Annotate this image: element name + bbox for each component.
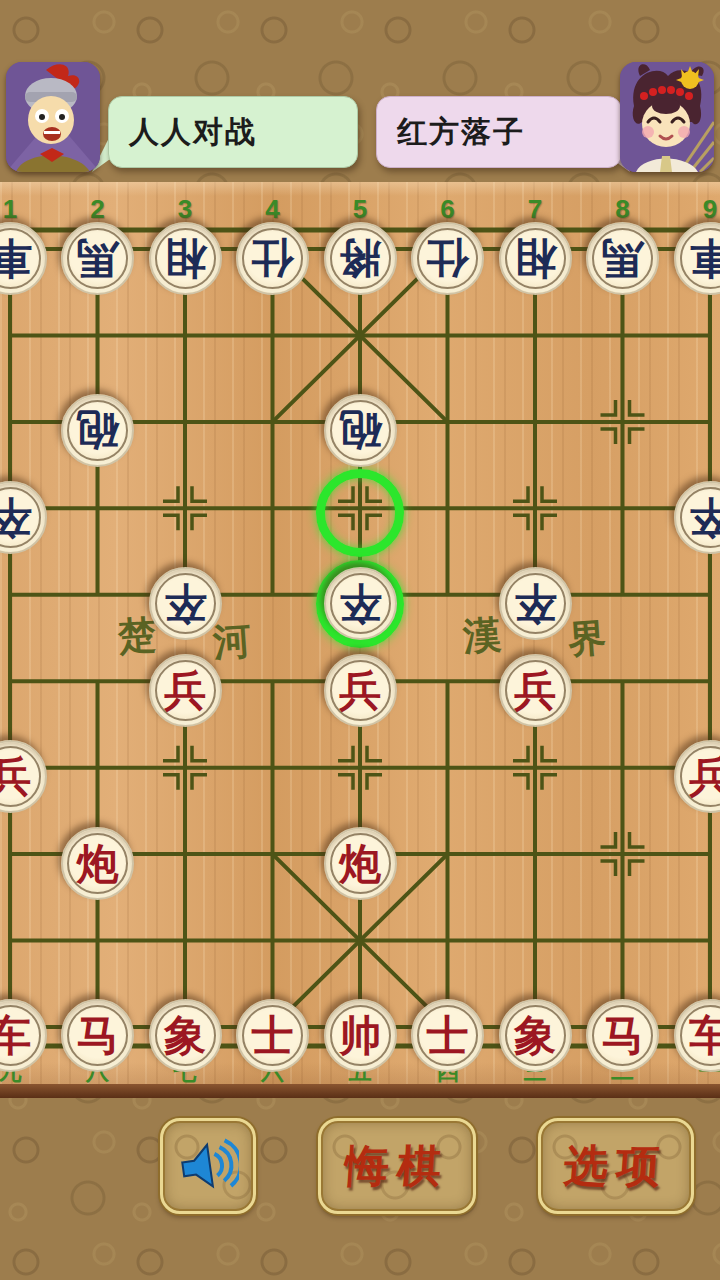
file-label-top-8: 8 xyxy=(608,194,638,225)
piece-glyph: 帅 xyxy=(326,1001,395,1070)
file-label-top-3: 3 xyxy=(170,194,200,225)
piece-red-N[interactable]: 马 xyxy=(61,999,134,1072)
piece-glyph: 兵 xyxy=(501,656,570,725)
speaker-icon xyxy=(177,1137,239,1195)
options-button-label: 选项 xyxy=(562,1137,670,1196)
river-text-char: 界 xyxy=(566,612,607,666)
piece-black-c[interactable]: 砲 xyxy=(61,394,134,467)
black-player-avatar[interactable] xyxy=(6,62,100,172)
move-origin-highlight xyxy=(316,469,404,557)
piece-glyph: 象 xyxy=(151,1001,220,1070)
piece-black-r[interactable]: 車 xyxy=(0,222,47,295)
piece-black-n[interactable]: 馬 xyxy=(586,222,659,295)
piece-red-P[interactable]: 兵 xyxy=(499,654,572,727)
piece-black-p[interactable]: 卒 xyxy=(0,481,47,554)
piece-black-r[interactable]: 車 xyxy=(674,222,720,295)
file-label-top-4: 4 xyxy=(258,194,288,225)
red-player-avatar[interactable] xyxy=(620,62,714,172)
piece-glyph: 兵 xyxy=(151,656,220,725)
file-label-top-7: 7 xyxy=(520,194,550,225)
piece-red-P[interactable]: 兵 xyxy=(0,740,47,813)
piece-glyph: 马 xyxy=(588,1001,657,1070)
piece-black-p[interactable]: 卒 xyxy=(149,567,222,640)
file-label-top-9: 9 xyxy=(695,194,720,225)
lady-avatar-icon xyxy=(620,62,714,172)
soldier-avatar-icon xyxy=(6,62,100,172)
piece-glyph: 馬 xyxy=(588,224,657,293)
piece-glyph: 砲 xyxy=(63,396,132,465)
piece-glyph: 仕 xyxy=(413,224,482,293)
piece-glyph: 炮 xyxy=(326,829,395,898)
piece-black-k[interactable]: 將 xyxy=(324,222,397,295)
file-label-top-6: 6 xyxy=(433,194,463,225)
piece-glyph: 將 xyxy=(326,224,395,293)
piece-glyph: 馬 xyxy=(63,224,132,293)
piece-glyph: 車 xyxy=(676,224,720,293)
piece-glyph: 卒 xyxy=(0,483,45,552)
river-text-char: 漢 xyxy=(461,609,502,663)
piece-black-p[interactable]: 卒 xyxy=(674,481,720,554)
mode-bubble-text: 人人对战 xyxy=(129,112,257,153)
piece-glyph: 卒 xyxy=(326,569,395,638)
piece-black-c[interactable]: 砲 xyxy=(324,394,397,467)
undo-move-button[interactable]: 悔棋 xyxy=(318,1118,476,1214)
piece-black-a[interactable]: 仕 xyxy=(236,222,309,295)
piece-glyph: 兵 xyxy=(0,742,45,811)
piece-red-C[interactable]: 炮 xyxy=(61,827,134,900)
piece-red-A[interactable]: 士 xyxy=(236,999,309,1072)
piece-glyph: 砲 xyxy=(326,396,395,465)
piece-glyph: 士 xyxy=(238,1001,307,1070)
sound-button[interactable] xyxy=(160,1118,256,1214)
piece-black-a[interactable]: 仕 xyxy=(411,222,484,295)
piece-glyph: 車 xyxy=(0,224,45,293)
piece-black-b[interactable]: 相 xyxy=(499,222,572,295)
file-label-top-2: 2 xyxy=(83,194,113,225)
piece-black-p[interactable]: 卒 xyxy=(324,567,397,640)
piece-red-R[interactable]: 车 xyxy=(674,999,720,1072)
undo-button-label: 悔棋 xyxy=(343,1137,451,1196)
piece-glyph: 相 xyxy=(501,224,570,293)
piece-glyph: 仕 xyxy=(238,224,307,293)
piece-glyph: 卒 xyxy=(501,569,570,638)
piece-black-n[interactable]: 馬 xyxy=(61,222,134,295)
piece-red-P[interactable]: 兵 xyxy=(149,654,222,727)
piece-red-P[interactable]: 兵 xyxy=(674,740,720,813)
piece-red-N[interactable]: 马 xyxy=(586,999,659,1072)
xiangqi-app: 人人对战 红方落子 xyxy=(0,0,720,1280)
file-label-top-1: 1 xyxy=(0,194,25,225)
piece-glyph: 车 xyxy=(0,1001,45,1070)
piece-red-B[interactable]: 象 xyxy=(499,999,572,1072)
piece-red-B[interactable]: 象 xyxy=(149,999,222,1072)
piece-glyph: 象 xyxy=(501,1001,570,1070)
piece-glyph: 马 xyxy=(63,1001,132,1070)
piece-glyph: 兵 xyxy=(326,656,395,725)
piece-glyph: 相 xyxy=(151,224,220,293)
options-button[interactable]: 选项 xyxy=(538,1118,694,1214)
mode-bubble: 人人对战 xyxy=(108,96,358,168)
file-label-top-5: 5 xyxy=(345,194,375,225)
piece-red-R[interactable]: 车 xyxy=(0,999,47,1072)
piece-red-P[interactable]: 兵 xyxy=(324,654,397,727)
piece-glyph: 兵 xyxy=(676,742,720,811)
status-bubble-text: 红方落子 xyxy=(397,112,525,153)
piece-glyph: 士 xyxy=(413,1001,482,1070)
piece-glyph: 炮 xyxy=(63,829,132,898)
piece-black-b[interactable]: 相 xyxy=(149,222,222,295)
piece-glyph: 卒 xyxy=(676,483,720,552)
piece-black-p[interactable]: 卒 xyxy=(499,567,572,640)
piece-red-K[interactable]: 帅 xyxy=(324,999,397,1072)
status-bubble: 红方落子 xyxy=(376,96,622,168)
piece-red-C[interactable]: 炮 xyxy=(324,827,397,900)
piece-glyph: 卒 xyxy=(151,569,220,638)
piece-glyph: 车 xyxy=(676,1001,720,1070)
piece-red-A[interactable]: 士 xyxy=(411,999,484,1072)
